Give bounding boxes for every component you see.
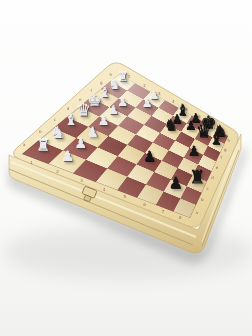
chess-piece-black-knight-f5[interactable]: ♞ <box>164 119 178 135</box>
chess-piece-black-pawn-e7[interactable]: ♟ <box>187 144 200 158</box>
chess-piece-black-rook-c8[interactable]: ♜ <box>189 168 205 186</box>
chess-piece-black-pawn-b7[interactable]: ♟ <box>169 175 183 191</box>
chess-piece-black-pawn-c5[interactable]: ♟ <box>143 150 156 164</box>
chess-piece-white-pawn-d2[interactable]: ♟ <box>98 115 109 127</box>
chess-piece-white-knight-b1[interactable]: ♞ <box>51 125 65 141</box>
chess-piece-white-bishop-c1[interactable]: ♝ <box>65 114 79 130</box>
chess-piece-black-pawn-g6[interactable]: ♟ <box>185 120 196 133</box>
chess-set-product-photo: aabbccddeeffgghh1122334455667788 ♜♞♝♟♚♟♟… <box>0 0 252 336</box>
pieces-layer: ♜♞♝♟♚♟♟♝♟♛♟♟♟♝♚♟♞♞♟♛♞♝♟♜♟♟♟♜♟ <box>0 0 252 336</box>
chess-piece-white-pawn-e2[interactable]: ♟ <box>108 106 119 118</box>
chess-piece-white-pawn-b2[interactable]: ♟ <box>75 137 87 151</box>
chess-piece-white-pawn-g3[interactable]: ♟ <box>142 98 152 109</box>
chess-piece-black-bishop-g8[interactable]: ♝ <box>209 130 224 147</box>
chess-piece-white-pawn-a2[interactable]: ♟ <box>61 149 74 163</box>
chess-piece-white-pawn-c2[interactable]: ♟ <box>87 126 99 139</box>
chess-piece-white-rook-a1[interactable]: ♜ <box>36 138 50 154</box>
chess-piece-white-queen-d1[interactable]: ♛ <box>76 102 91 118</box>
